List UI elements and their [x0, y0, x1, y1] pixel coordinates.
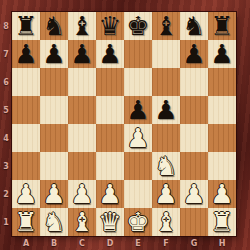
piece-white-pawn: ♟	[98, 180, 121, 208]
board-frame: 87654321 ♜♞♝♛♚♝♞♜♟♟♟♟♟♟♟♟♟♞♟♟♟♟♟♟♟♜♞♝♛♚♝…	[0, 0, 250, 250]
rank-label-2: 2	[0, 180, 12, 208]
square-h3[interactable]	[208, 152, 236, 180]
rank-label-8: 8	[0, 12, 12, 40]
file-label-f: F	[152, 236, 180, 250]
square-d1[interactable]: ♛	[96, 208, 124, 236]
square-b3[interactable]	[40, 152, 68, 180]
square-e7[interactable]	[124, 40, 152, 68]
chess-board: ♜♞♝♛♚♝♞♜♟♟♟♟♟♟♟♟♟♞♟♟♟♟♟♟♟♜♞♝♛♚♝♜	[12, 12, 236, 236]
piece-black-pawn: ♟	[14, 40, 37, 68]
square-g7[interactable]: ♟	[180, 40, 208, 68]
file-labels: ABCDEFGH	[12, 236, 236, 250]
square-f3[interactable]: ♞	[152, 152, 180, 180]
square-f8[interactable]: ♝	[152, 12, 180, 40]
square-b5[interactable]	[40, 96, 68, 124]
square-c3[interactable]	[68, 152, 96, 180]
file-label-a: A	[12, 236, 40, 250]
piece-white-rook: ♜	[210, 208, 233, 236]
piece-white-pawn: ♟	[154, 180, 177, 208]
piece-white-knight: ♞	[154, 152, 177, 180]
file-label-d: D	[96, 236, 124, 250]
square-a6[interactable]	[12, 68, 40, 96]
square-c6[interactable]	[68, 68, 96, 96]
file-label-c: C	[68, 236, 96, 250]
square-e8[interactable]: ♚	[124, 12, 152, 40]
square-g6[interactable]	[180, 68, 208, 96]
rank-label-3: 3	[0, 152, 12, 180]
square-g2[interactable]: ♟	[180, 180, 208, 208]
square-a8[interactable]: ♜	[12, 12, 40, 40]
square-e3[interactable]	[124, 152, 152, 180]
square-e1[interactable]: ♚	[124, 208, 152, 236]
piece-white-queen: ♛	[98, 208, 121, 236]
file-label-e: E	[124, 236, 152, 250]
square-h1[interactable]: ♜	[208, 208, 236, 236]
piece-black-knight: ♞	[42, 12, 65, 40]
square-a2[interactable]: ♟	[12, 180, 40, 208]
piece-black-king: ♚	[126, 12, 149, 40]
square-g4[interactable]	[180, 124, 208, 152]
square-g3[interactable]	[180, 152, 208, 180]
square-d4[interactable]	[96, 124, 124, 152]
square-h8[interactable]: ♜	[208, 12, 236, 40]
square-b2[interactable]: ♟	[40, 180, 68, 208]
square-h7[interactable]: ♟	[208, 40, 236, 68]
piece-white-pawn: ♟	[70, 180, 93, 208]
piece-black-pawn: ♟	[126, 96, 149, 124]
square-d6[interactable]	[96, 68, 124, 96]
square-f1[interactable]: ♝	[152, 208, 180, 236]
square-h6[interactable]	[208, 68, 236, 96]
piece-white-king: ♚	[126, 208, 149, 236]
square-f7[interactable]	[152, 40, 180, 68]
square-d2[interactable]: ♟	[96, 180, 124, 208]
square-e6[interactable]	[124, 68, 152, 96]
square-b6[interactable]	[40, 68, 68, 96]
square-b1[interactable]: ♞	[40, 208, 68, 236]
piece-black-knight: ♞	[182, 12, 205, 40]
square-g1[interactable]	[180, 208, 208, 236]
square-d3[interactable]	[96, 152, 124, 180]
square-f4[interactable]	[152, 124, 180, 152]
square-c4[interactable]	[68, 124, 96, 152]
piece-white-pawn: ♟	[182, 180, 205, 208]
piece-black-pawn: ♟	[98, 40, 121, 68]
piece-black-queen: ♛	[98, 12, 121, 40]
piece-white-pawn: ♟	[42, 180, 65, 208]
square-d8[interactable]: ♛	[96, 12, 124, 40]
square-a3[interactable]	[12, 152, 40, 180]
square-f2[interactable]: ♟	[152, 180, 180, 208]
square-h4[interactable]	[208, 124, 236, 152]
piece-white-bishop: ♝	[70, 208, 93, 236]
square-f6[interactable]	[152, 68, 180, 96]
square-a5[interactable]	[12, 96, 40, 124]
piece-black-rook: ♜	[14, 12, 37, 40]
square-b8[interactable]: ♞	[40, 12, 68, 40]
square-h5[interactable]	[208, 96, 236, 124]
rank-label-4: 4	[0, 124, 12, 152]
square-c5[interactable]	[68, 96, 96, 124]
piece-white-bishop: ♝	[154, 208, 177, 236]
piece-white-pawn: ♟	[126, 124, 149, 152]
square-a1[interactable]: ♜	[12, 208, 40, 236]
rank-label-7: 7	[0, 40, 12, 68]
rank-label-6: 6	[0, 68, 12, 96]
square-d7[interactable]: ♟	[96, 40, 124, 68]
piece-black-pawn: ♟	[154, 96, 177, 124]
rank-labels: 87654321	[0, 12, 12, 236]
piece-black-bishop: ♝	[70, 12, 93, 40]
file-label-g: G	[180, 236, 208, 250]
square-e5[interactable]: ♟	[124, 96, 152, 124]
square-f5[interactable]: ♟	[152, 96, 180, 124]
piece-black-pawn: ♟	[42, 40, 65, 68]
square-a4[interactable]	[12, 124, 40, 152]
square-a7[interactable]: ♟	[12, 40, 40, 68]
square-d5[interactable]	[96, 96, 124, 124]
square-e2[interactable]	[124, 180, 152, 208]
square-c8[interactable]: ♝	[68, 12, 96, 40]
piece-black-bishop: ♝	[154, 12, 177, 40]
square-g8[interactable]: ♞	[180, 12, 208, 40]
square-c7[interactable]: ♟	[68, 40, 96, 68]
rank-label-1: 1	[0, 208, 12, 236]
square-b4[interactable]	[40, 124, 68, 152]
square-e4[interactable]: ♟	[124, 124, 152, 152]
piece-black-pawn: ♟	[70, 40, 93, 68]
square-b7[interactable]: ♟	[40, 40, 68, 68]
piece-white-pawn: ♟	[210, 180, 233, 208]
piece-black-pawn: ♟	[182, 40, 205, 68]
square-g5[interactable]	[180, 96, 208, 124]
file-label-h: H	[208, 236, 236, 250]
square-c1[interactable]: ♝	[68, 208, 96, 236]
piece-black-rook: ♜	[210, 12, 233, 40]
piece-white-pawn: ♟	[14, 180, 37, 208]
piece-white-knight: ♞	[42, 208, 65, 236]
square-c2[interactable]: ♟	[68, 180, 96, 208]
rank-label-5: 5	[0, 96, 12, 124]
piece-black-pawn: ♟	[210, 40, 233, 68]
file-label-b: B	[40, 236, 68, 250]
piece-white-rook: ♜	[14, 208, 37, 236]
square-h2[interactable]: ♟	[208, 180, 236, 208]
